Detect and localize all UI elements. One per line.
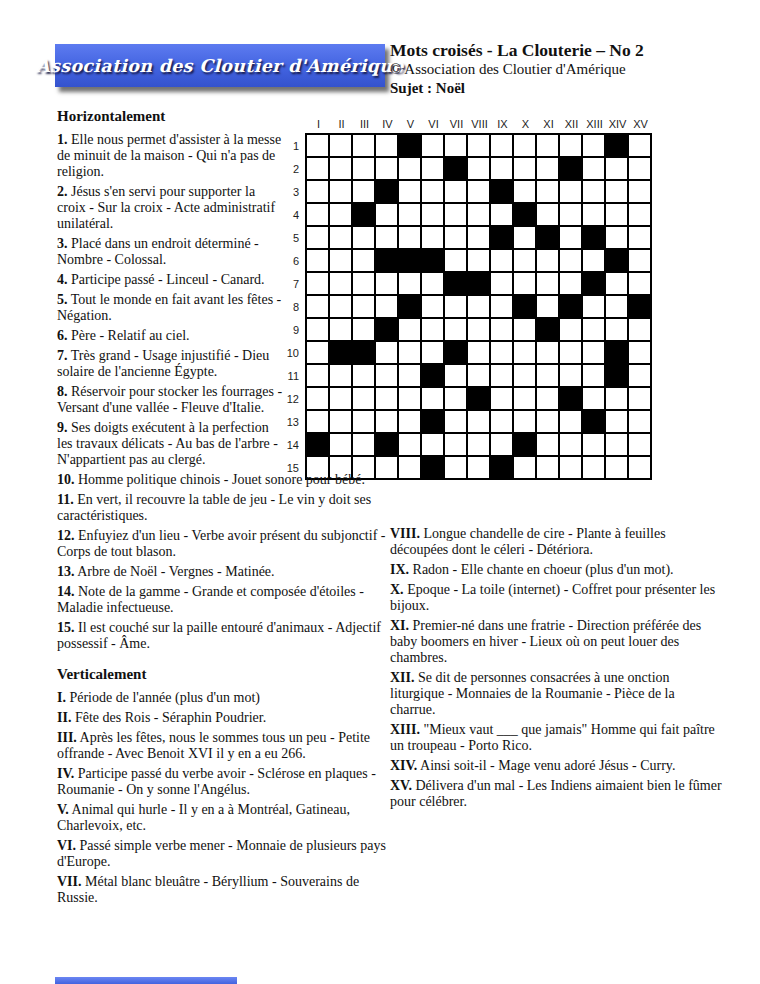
across-clues-narrow: 1. Elle nous permet d'assister à la mess… <box>57 132 285 468</box>
down-clue-text: Se dit de personnes consacrées à une onc… <box>390 670 675 717</box>
grid-cell-r5-c5[interactable] <box>399 227 420 248</box>
down-clue-II: II. Fête des Rois - Séraphin Poudrier. <box>57 710 391 726</box>
across-clue-3: 3. Placé dans un endroit déterminé - Nom… <box>57 236 285 268</box>
grid-cell-r15-c12[interactable] <box>560 457 581 478</box>
down-clue-V: V. Animal qui hurle - Il y en a à Montré… <box>57 802 391 834</box>
grid-cell-r10-c10[interactable] <box>514 342 535 363</box>
across-clue-text: Père - Relatif au ciel. <box>68 328 190 343</box>
grid-cell-r6-c13[interactable] <box>583 250 604 271</box>
grid-cell-r4-c5[interactable] <box>399 204 420 225</box>
down-clue-I: I. Période de l'année (plus d'un mot) <box>57 690 391 706</box>
grid-cell-r8-c11[interactable] <box>537 296 558 317</box>
down-clue-text: Fête des Rois - Séraphin Poudrier. <box>71 710 266 725</box>
black-cell-r6-c14 <box>606 250 627 271</box>
grid-cell-r9-c6[interactable] <box>422 319 443 340</box>
down-clue-number: XI. <box>390 618 409 633</box>
column-label-XIV: XIV <box>606 117 629 133</box>
grid-cell-r5-c14[interactable] <box>606 227 627 248</box>
grid-cell-r1-c7[interactable] <box>445 135 466 156</box>
grid-cell-r4-c8[interactable] <box>468 204 489 225</box>
black-cell-r9-c11 <box>537 319 558 340</box>
grid-cell-r12-c11[interactable] <box>537 388 558 409</box>
grid-cell-r3-c14[interactable] <box>606 181 627 202</box>
grid-cell-r3-c12[interactable] <box>560 181 581 202</box>
black-cell-r13-c6 <box>422 411 443 432</box>
grid-cell-r15-c15[interactable] <box>629 457 650 478</box>
grid-cell-r12-c5[interactable] <box>399 388 420 409</box>
down-clue-text: Ainsi soit-il - Mage venu adoré Jésus - … <box>417 758 675 773</box>
grid-cell-r5-c8[interactable] <box>468 227 489 248</box>
grid-cell-r9-c13[interactable] <box>583 319 604 340</box>
across-clue-number: 1. <box>57 132 68 147</box>
across-clue-number: 15. <box>57 620 75 635</box>
grid-cell-r14-c13[interactable] <box>583 434 604 455</box>
down-clue-text: Après les fêtes, nous le sommes tous un … <box>57 730 370 761</box>
column-label-IX: IX <box>491 117 514 133</box>
column-label-VIII: VIII <box>468 117 491 133</box>
grid-cell-r4-c15[interactable] <box>629 204 650 225</box>
grid-cell-r12-c15[interactable] <box>629 388 650 409</box>
across-clue-number: 7. <box>57 348 68 363</box>
across-clue-number: 12. <box>57 528 75 543</box>
across-clue-number: 13. <box>57 564 75 579</box>
grid-cell-r15-c11[interactable] <box>537 457 558 478</box>
down-clue-IX: IX. Radon - Elle chante en choeur (plus … <box>390 562 722 578</box>
grid-cell-r12-c14[interactable] <box>606 388 627 409</box>
grid-cell-r2-c11[interactable] <box>537 158 558 179</box>
grid-cell-r11-c7[interactable] <box>445 365 466 386</box>
black-cell-r12-c8 <box>468 388 489 409</box>
down-clue-number: VII. <box>57 874 82 889</box>
across-clue-2: 2. Jésus s'en servi pour supporter la cr… <box>57 184 285 232</box>
column-label-VI: VI <box>422 117 445 133</box>
down-clue-VIII: VIII. Longue chandelle de cire - Plante … <box>390 526 722 558</box>
down-clue-number: VIII. <box>390 526 420 541</box>
across-clue-9: 9. Ses doigts exécutent à la perfection … <box>57 420 285 468</box>
grid-cell-r2-c10[interactable] <box>514 158 535 179</box>
column-label-XII: XII <box>560 117 583 133</box>
across-clue-8: 8. Réservoir pour stocker les fourrages … <box>57 384 285 416</box>
grid-cell-r3-c7[interactable] <box>445 181 466 202</box>
across-clue-number: 14. <box>57 584 75 599</box>
grid-cell-r3-c13[interactable] <box>583 181 604 202</box>
clues-right-column: VIII. Longue chandelle de cire - Plante … <box>390 526 722 814</box>
across-clue-number: 8. <box>57 384 68 399</box>
down-clue-III: III. Après les fêtes, nous le sommes tou… <box>57 730 391 762</box>
black-cell-r2-c12 <box>560 158 581 179</box>
page-title: Mots croisés - La Clouterie – No 2 <box>390 40 730 60</box>
grid-cell-r13-c7[interactable] <box>445 411 466 432</box>
grid-cell-r10-c8[interactable] <box>468 342 489 363</box>
grid-cell-r13-c11[interactable] <box>537 411 558 432</box>
column-label-VII: VII <box>445 117 468 133</box>
column-label-XV: XV <box>629 117 652 133</box>
grid-cell-r10-c13[interactable] <box>583 342 604 363</box>
grid-cell-r14-c15[interactable] <box>629 434 650 455</box>
grid-cell-r7-c5[interactable] <box>399 273 420 294</box>
grid-cell-r11-c11[interactable] <box>537 365 558 386</box>
black-cell-r15-c6 <box>422 457 443 478</box>
across-clue-text: Enfuyiez d'un lieu - Verbe avoir présent… <box>57 528 385 559</box>
black-cell-r11-c6 <box>422 365 443 386</box>
black-cell-r8-c5 <box>399 296 420 317</box>
grid-cell-r10-c9[interactable] <box>491 342 512 363</box>
down-clue-text: Animal qui hurle - Il y en a à Montréal,… <box>57 802 350 833</box>
grid-cell-r6-c12[interactable] <box>560 250 581 271</box>
grid-cell-r11-c10[interactable] <box>514 365 535 386</box>
grid-cell-r7-c12[interactable] <box>560 273 581 294</box>
across-clue-12: 12. Enfuyiez d'un lieu - Verbe avoir pré… <box>57 528 391 560</box>
grid-cell-r9-c8[interactable] <box>468 319 489 340</box>
grid-cell-r7-c10[interactable] <box>514 273 535 294</box>
grid-cell-r11-c13[interactable] <box>583 365 604 386</box>
down-clue-XIV: XIV. Ainsi soit-il - Mage venu adoré Jés… <box>390 758 722 774</box>
grid-cell-r15-c7[interactable] <box>445 457 466 478</box>
across-clue-number: 11. <box>57 492 74 507</box>
down-clue-number: VI. <box>57 838 76 853</box>
across-clue-number: 5. <box>57 292 68 307</box>
grid-cell-r14-c14[interactable] <box>606 434 627 455</box>
grid-cell-r14-c8[interactable] <box>468 434 489 455</box>
grid-cell-r12-c7[interactable] <box>445 388 466 409</box>
black-cell-r13-c13 <box>583 411 604 432</box>
grid-cell-r2-c5[interactable] <box>399 158 420 179</box>
black-cell-r7-c7 <box>445 273 466 294</box>
grid-cell-r1-c12[interactable] <box>560 135 581 156</box>
across-clue-text: Homme politique chinois - Jouet sonore p… <box>75 472 365 487</box>
across-clue-number: 10. <box>57 472 75 487</box>
grid-cell-r5-c15[interactable] <box>629 227 650 248</box>
grid-cell-r13-c15[interactable] <box>629 411 650 432</box>
down-clue-VI: VI. Passé simple verbe mener - Monnaie d… <box>57 838 391 870</box>
masthead: Mots croisés - La Clouterie – No 2 © Ass… <box>390 40 730 98</box>
black-cell-r1-c14 <box>606 135 627 156</box>
across-clue-number: 4. <box>57 272 68 287</box>
across-clue-text: Il est couché sur la paille entouré d'an… <box>57 620 381 651</box>
grid-cell-r13-c9[interactable] <box>491 411 512 432</box>
grid-cell-r1-c11[interactable] <box>537 135 558 156</box>
grid-cell-r3-c8[interactable] <box>468 181 489 202</box>
down-clues-right: VIII. Longue chandelle de cire - Plante … <box>390 526 722 810</box>
down-clue-number: V. <box>57 802 69 817</box>
down-clue-text: Période de l'année (plus d'un mot) <box>66 690 260 705</box>
black-cell-r6-c6 <box>422 250 443 271</box>
grid-cell-r6-c8[interactable] <box>468 250 489 271</box>
grid-cell-r8-c13[interactable] <box>583 296 604 317</box>
crossword-page: Association des Cloutier d'Amérique Mots… <box>0 0 760 984</box>
down-clue-X: X. Epoque - La toile (internet) - Coffre… <box>390 582 722 614</box>
across-clues-wide: 10. Homme politique chinois - Jouet sono… <box>57 472 391 652</box>
grid-cell-r8-c14[interactable] <box>606 296 627 317</box>
down-clue-text: Participe passé du verbe avoir - Scléros… <box>57 766 376 797</box>
grid-cell-r1-c8[interactable] <box>468 135 489 156</box>
grid-cell-r4-c14[interactable] <box>606 204 627 225</box>
across-clue-4: 4. Participe passé - Linceul - Canard. <box>57 272 285 288</box>
black-cell-r7-c13 <box>583 273 604 294</box>
grid-cell-r10-c5[interactable] <box>399 342 420 363</box>
down-clue-number: I. <box>57 690 66 705</box>
across-clue-text: Elle nous permet d'assister à la messe d… <box>57 132 281 179</box>
grid-cell-r4-c11[interactable] <box>537 204 558 225</box>
copyright-line: © Association des Cloutier d'Amérique <box>390 60 730 79</box>
clues-left-column: Horizontalement 1. Elle nous permet d'as… <box>57 108 391 910</box>
across-clue-text: Placé dans un endroit déterminé - Nombre… <box>57 236 259 267</box>
grid-cell-r9-c15[interactable] <box>629 319 650 340</box>
grid-cell-r11-c8[interactable] <box>468 365 489 386</box>
down-clue-XII: XII. Se dit de personnes consacrées à un… <box>390 670 722 718</box>
black-cell-r8-c10 <box>514 296 535 317</box>
down-clues-left: I. Période de l'année (plus d'un mot)II.… <box>57 690 391 906</box>
black-cell-r14-c10 <box>514 434 535 455</box>
grid-cell-r3-c11[interactable] <box>537 181 558 202</box>
down-clue-XI: XI. Premier-né dans une fratrie - Direct… <box>390 618 722 666</box>
grid-cell-r5-c7[interactable] <box>445 227 466 248</box>
grid-cell-r10-c12[interactable] <box>560 342 581 363</box>
subject-line: Sujet : Noël <box>390 79 730 98</box>
grid-cell-r11-c12[interactable] <box>560 365 581 386</box>
black-cell-r3-c9 <box>491 181 512 202</box>
black-cell-r6-c5 <box>399 250 420 271</box>
grid-cell-r2-c9[interactable] <box>491 158 512 179</box>
grid-cell-r13-c12[interactable] <box>560 411 581 432</box>
black-cell-r7-c8 <box>468 273 489 294</box>
grid-cell-r13-c8[interactable] <box>468 411 489 432</box>
grid-cell-r1-c6[interactable] <box>422 135 443 156</box>
grid-cell-r6-c15[interactable] <box>629 250 650 271</box>
down-clue-VII: VII. Métal blanc bleuâtre - Béryllium - … <box>57 874 391 906</box>
down-clue-number: III. <box>57 730 77 745</box>
grid-cell-r11-c15[interactable] <box>629 365 650 386</box>
grid-cell-r1-c15[interactable] <box>629 135 650 156</box>
grid-cell-r12-c13[interactable] <box>583 388 604 409</box>
across-clue-15: 15. Il est couché sur la paille entouré … <box>57 620 391 652</box>
column-label-X: X <box>514 117 537 133</box>
across-clue-14: 14. Note de la gamme - Grande et composé… <box>57 584 391 616</box>
grid-cell-r9-c9[interactable] <box>491 319 512 340</box>
down-clue-XV: XV. Délivera d'un mal - Les Indiens aima… <box>390 778 722 810</box>
down-heading: Verticalement <box>57 666 391 683</box>
across-clue-6: 6. Père - Relatif au ciel. <box>57 328 285 344</box>
down-clue-number: XII. <box>390 670 415 685</box>
grid-cell-r6-c7[interactable] <box>445 250 466 271</box>
grid-cell-r15-c10[interactable] <box>514 457 535 478</box>
down-clue-number: IV. <box>57 766 74 781</box>
column-label-XI: XI <box>537 117 560 133</box>
grid-cell-r14-c6[interactable] <box>422 434 443 455</box>
across-clue-text: Ses doigts exécutent à la perfection les… <box>57 420 278 467</box>
grid-cell-r1-c13[interactable] <box>583 135 604 156</box>
down-clue-IV: IV. Participe passé du verbe avoir - Scl… <box>57 766 391 798</box>
grid-cell-r2-c8[interactable] <box>468 158 489 179</box>
grid-cell-r11-c9[interactable] <box>491 365 512 386</box>
across-clue-text: Note de la gamme - Grande et composée d'… <box>57 584 364 615</box>
down-clue-number: XIII. <box>390 722 420 737</box>
grid-cell-r7-c9[interactable] <box>491 273 512 294</box>
grid-cell-r5-c12[interactable] <box>560 227 581 248</box>
grid-cell-r5-c10[interactable] <box>514 227 535 248</box>
down-clue-text: "Mieux vaut ___ que jamais" Homme qui fa… <box>390 722 715 753</box>
grid-cell-r6-c10[interactable] <box>514 250 535 271</box>
grid-cell-r15-c14[interactable] <box>606 457 627 478</box>
across-clue-5: 5. Tout le monde en fait avant les fêtes… <box>57 292 285 324</box>
black-cell-r8-c12 <box>560 296 581 317</box>
grid-cell-r4-c13[interactable] <box>583 204 604 225</box>
grid-cell-r2-c13[interactable] <box>583 158 604 179</box>
across-clue-text: Réservoir pour stocker les fourrages - V… <box>57 384 282 415</box>
down-clue-text: Passé simple verbe mener - Monnaie de pl… <box>57 838 386 869</box>
across-clue-text: Arbre de Noël - Vergnes - Matinée. <box>75 564 275 579</box>
across-clue-text: Jésus s'en servi pour supporter la croix… <box>57 184 275 231</box>
grid-cell-r10-c15[interactable] <box>629 342 650 363</box>
across-clue-number: 6. <box>57 328 68 343</box>
grid-cell-r4-c9[interactable] <box>491 204 512 225</box>
grid-cell-r6-c11[interactable] <box>537 250 558 271</box>
black-cell-r1-c5 <box>399 135 420 156</box>
grid-cell-r3-c15[interactable] <box>629 181 650 202</box>
across-clue-1: 1. Elle nous permet d'assister à la mess… <box>57 132 285 180</box>
footer-banner-edge <box>55 977 237 984</box>
down-clue-number: XV. <box>390 778 412 793</box>
across-clue-7: 7. Très grand - Usage injustifié - Dieu … <box>57 348 285 380</box>
association-banner-text: Association des Cloutier d'Amérique <box>36 56 404 76</box>
across-clue-10: 10. Homme politique chinois - Jouet sono… <box>57 472 391 488</box>
grid-cell-r14-c11[interactable] <box>537 434 558 455</box>
grid-cell-r15-c8[interactable] <box>468 457 489 478</box>
grid-cell-r12-c9[interactable] <box>491 388 512 409</box>
grid-cell-r10-c6[interactable] <box>422 342 443 363</box>
across-heading: Horizontalement <box>57 108 391 125</box>
grid-cell-r12-c6[interactable] <box>422 388 443 409</box>
grid-cell-r7-c11[interactable] <box>537 273 558 294</box>
grid-cell-r10-c11[interactable] <box>537 342 558 363</box>
across-clue-text: Très grand - Usage injustifié - Dieu sol… <box>57 348 269 379</box>
grid-cell-r9-c10[interactable] <box>514 319 535 340</box>
down-clue-text: Premier-né dans une fratrie - Direction … <box>390 618 701 665</box>
down-clue-number: IX. <box>390 562 409 577</box>
grid-cell-r14-c9[interactable] <box>491 434 512 455</box>
grid-cell-r8-c8[interactable] <box>468 296 489 317</box>
association-banner: Association des Cloutier d'Amérique <box>55 44 385 87</box>
down-clue-number: X. <box>390 582 404 597</box>
grid-cell-r3-c5[interactable] <box>399 181 420 202</box>
grid-cell-r7-c14[interactable] <box>606 273 627 294</box>
black-cell-r10-c14 <box>606 342 627 363</box>
grid-cell-r15-c13[interactable] <box>583 457 604 478</box>
down-clue-number: II. <box>57 710 71 725</box>
grid-cell-r14-c12[interactable] <box>560 434 581 455</box>
grid-cell-r6-c9[interactable] <box>491 250 512 271</box>
black-cell-r5-c11 <box>537 227 558 248</box>
grid-cell-r1-c9[interactable] <box>491 135 512 156</box>
grid-cell-r13-c5[interactable] <box>399 411 420 432</box>
down-clue-text: Epoque - La toile (internet) - Coffret p… <box>390 582 715 613</box>
grid-cell-r14-c7[interactable] <box>445 434 466 455</box>
across-clue-number: 2. <box>57 184 68 199</box>
grid-cell-r7-c6[interactable] <box>422 273 443 294</box>
across-clue-text: Tout le monde en fait avant les fêtes - … <box>57 292 281 323</box>
across-clue-number: 9. <box>57 420 68 435</box>
across-clue-11: 11. En vert, il recouvre la table de jeu… <box>57 492 391 524</box>
grid-cell-r9-c7[interactable] <box>445 319 466 340</box>
grid-cell-r14-c5[interactable] <box>399 434 420 455</box>
down-clue-text: Délivera d'un mal - Les Indiens aimaient… <box>390 778 722 809</box>
down-clue-text: Longue chandelle de cire - Plante à feui… <box>390 526 666 557</box>
across-clue-text: Participe passé - Linceul - Canard. <box>68 272 265 287</box>
black-cell-r10-c7 <box>445 342 466 363</box>
column-label-V: V <box>399 117 422 133</box>
down-clue-text: Radon - Elle chante en choeur (plus d'un… <box>409 562 674 577</box>
grid-cell-r4-c7[interactable] <box>445 204 466 225</box>
black-cell-r4-c10 <box>514 204 535 225</box>
black-cell-r11-c14 <box>606 365 627 386</box>
down-clue-XIII: XIII. "Mieux vaut ___ que jamais" Homme … <box>390 722 722 754</box>
grid-cell-r3-c6[interactable] <box>422 181 443 202</box>
across-clue-number: 3. <box>57 236 68 251</box>
down-clue-number: XIV. <box>390 758 417 773</box>
grid-cell-r11-c5[interactable] <box>399 365 420 386</box>
grid-cell-r2-c6[interactable] <box>422 158 443 179</box>
grid-cell-r15-c5[interactable] <box>399 457 420 478</box>
black-cell-r2-c7 <box>445 158 466 179</box>
grid-cell-r5-c6[interactable] <box>422 227 443 248</box>
grid-cell-r9-c12[interactable] <box>560 319 581 340</box>
across-clue-text: En vert, il recouvre la table de jeu - L… <box>57 492 371 523</box>
grid-cell-r8-c7[interactable] <box>445 296 466 317</box>
grid-cell-r13-c10[interactable] <box>514 411 535 432</box>
grid-cell-r13-c14[interactable] <box>606 411 627 432</box>
grid-cell-r2-c14[interactable] <box>606 158 627 179</box>
black-cell-r12-c12 <box>560 388 581 409</box>
black-cell-r8-c15 <box>629 296 650 317</box>
grid-cell-r12-c10[interactable] <box>514 388 535 409</box>
grid-cell-r8-c9[interactable] <box>491 296 512 317</box>
grid-cell-r9-c5[interactable] <box>399 319 420 340</box>
across-clue-13: 13. Arbre de Noël - Vergnes - Matinée. <box>57 564 391 580</box>
black-cell-r15-c9 <box>491 457 512 478</box>
grid-cell-r4-c6[interactable] <box>422 204 443 225</box>
column-label-XIII: XIII <box>583 117 606 133</box>
grid-cell-r7-c15[interactable] <box>629 273 650 294</box>
grid-cell-r8-c6[interactable] <box>422 296 443 317</box>
down-clue-text: Métal blanc bleuâtre - Béryllium - Souve… <box>57 874 359 905</box>
grid-cell-r2-c15[interactable] <box>629 158 650 179</box>
black-cell-r5-c9 <box>491 227 512 248</box>
grid-cell-r3-c10[interactable] <box>514 181 535 202</box>
grid-cell-r1-c10[interactable] <box>514 135 535 156</box>
grid-cell-r9-c14[interactable] <box>606 319 627 340</box>
black-cell-r5-c13 <box>583 227 604 248</box>
grid-cell-r4-c12[interactable] <box>560 204 581 225</box>
